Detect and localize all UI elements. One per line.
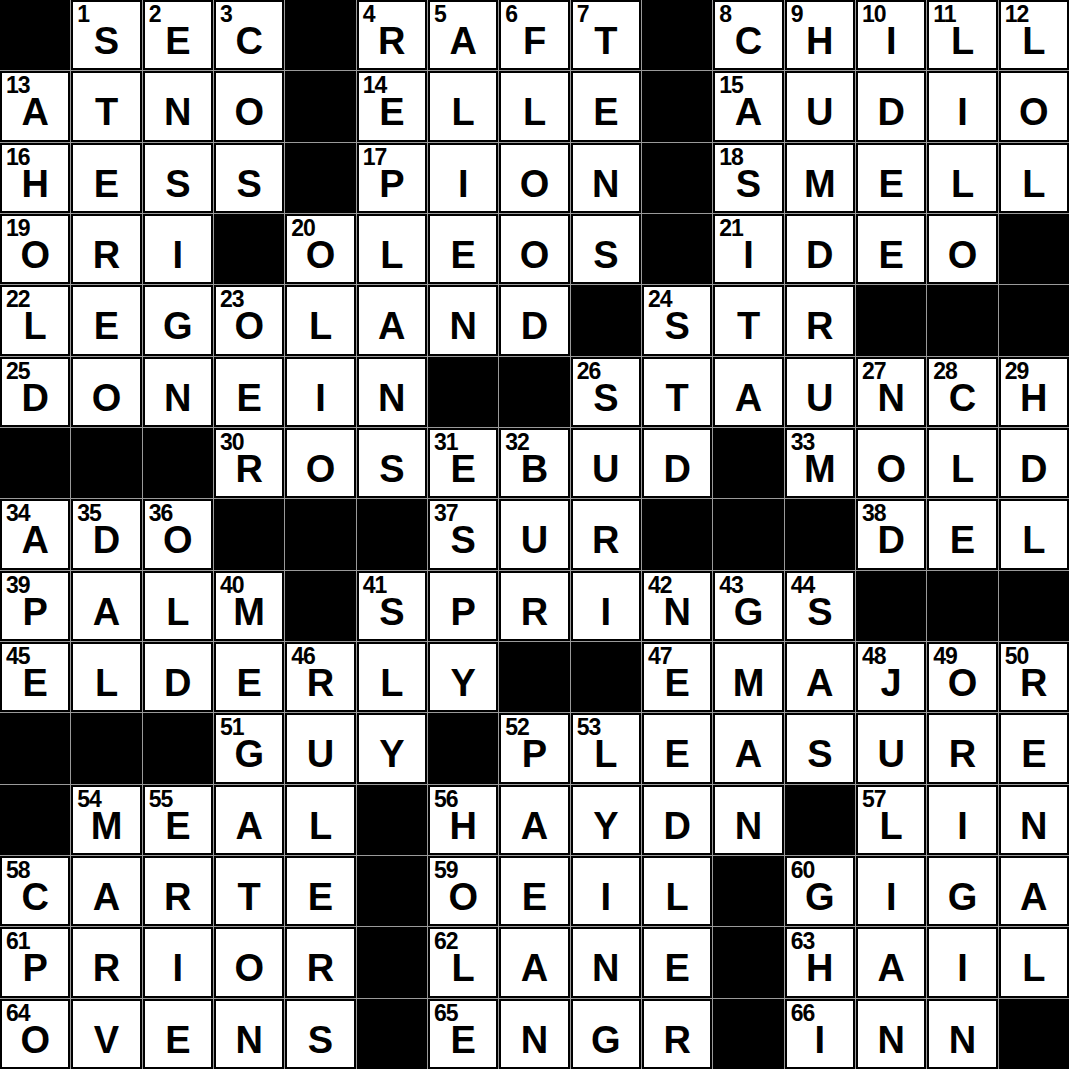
- cell-13-3[interactable]: O: [214, 927, 284, 997]
- cell-letter: I: [929, 804, 995, 847]
- cell-letter: D: [501, 305, 567, 348]
- cell-9-6[interactable]: Y: [428, 642, 498, 712]
- cell-letter: O: [929, 234, 995, 277]
- cell-12-8[interactable]: I: [571, 856, 641, 926]
- cell-letter: L: [573, 733, 639, 776]
- cell-6-8[interactable]: U: [571, 428, 641, 498]
- cell-6-12[interactable]: O: [856, 428, 926, 498]
- block-10-1: [71, 713, 141, 783]
- cell-letter: L: [287, 804, 353, 847]
- cell-14-11[interactable]: 66I: [785, 999, 855, 1069]
- cell-9-0[interactable]: 45E: [0, 642, 70, 712]
- cell-12-11[interactable]: 60G: [785, 856, 855, 926]
- cell-10-11[interactable]: S: [785, 713, 855, 783]
- cell-letter: D: [644, 804, 710, 847]
- cell-letter: P: [2, 947, 68, 990]
- block-10-2: [143, 713, 213, 783]
- cell-0-8[interactable]: 7T: [571, 0, 641, 70]
- cell-8-11[interactable]: 44S: [785, 571, 855, 641]
- cell-0-14[interactable]: 12L: [999, 0, 1069, 70]
- cell-4-7[interactable]: D: [499, 285, 569, 355]
- cell-6-13[interactable]: L: [927, 428, 997, 498]
- cell-10-4[interactable]: U: [285, 713, 355, 783]
- cell-8-10[interactable]: 43G: [713, 571, 783, 641]
- cell-letter: G: [573, 1018, 639, 1061]
- cell-1-1[interactable]: T: [71, 71, 141, 141]
- cell-letter: U: [787, 91, 853, 134]
- cell-6-14[interactable]: D: [999, 428, 1069, 498]
- cell-13-2[interactable]: I: [143, 927, 213, 997]
- cell-14-4[interactable]: S: [285, 999, 355, 1069]
- cell-letter: E: [929, 519, 995, 562]
- cell-letter: R: [216, 448, 282, 491]
- cell-11-8[interactable]: Y: [571, 785, 641, 855]
- block-7-5: [357, 499, 427, 569]
- cell-letter: D: [644, 448, 710, 491]
- cell-5-1[interactable]: O: [71, 357, 141, 427]
- cell-5-12[interactable]: 27N: [856, 357, 926, 427]
- cell-letter: H: [2, 162, 68, 205]
- cell-letter: U: [573, 448, 639, 491]
- cell-14-3[interactable]: N: [214, 999, 284, 1069]
- cell-letter: N: [1001, 804, 1067, 847]
- cell-letter: Y: [430, 662, 496, 705]
- cell-7-12[interactable]: 38D: [856, 499, 926, 569]
- cell-9-1[interactable]: L: [71, 642, 141, 712]
- block-7-11: [785, 499, 855, 569]
- cell-5-0[interactable]: 25D: [0, 357, 70, 427]
- cell-letter: N: [573, 162, 639, 205]
- cell-letter: E: [145, 20, 211, 63]
- cell-letter: L: [929, 162, 995, 205]
- cell-letter: O: [216, 947, 282, 990]
- cell-2-3[interactable]: S: [214, 143, 284, 213]
- cell-letter: T: [216, 876, 282, 919]
- cell-1-6[interactable]: L: [428, 71, 498, 141]
- cell-12-9[interactable]: L: [642, 856, 712, 926]
- cell-5-5[interactable]: N: [357, 357, 427, 427]
- block-4-13: [927, 285, 997, 355]
- cell-letter: O: [501, 162, 567, 205]
- cell-1-12[interactable]: D: [856, 71, 926, 141]
- cell-3-11[interactable]: D: [785, 214, 855, 284]
- cell-11-13[interactable]: I: [927, 785, 997, 855]
- cell-0-5[interactable]: 4R: [357, 0, 427, 70]
- block-13-10: [713, 927, 783, 997]
- cell-letter: S: [644, 305, 710, 348]
- cell-2-6[interactable]: I: [428, 143, 498, 213]
- cell-1-3[interactable]: O: [214, 71, 284, 141]
- cell-letter: C: [929, 376, 995, 419]
- cell-3-13[interactable]: O: [927, 214, 997, 284]
- cell-3-4[interactable]: 20O: [285, 214, 355, 284]
- cell-letter: M: [73, 804, 139, 847]
- cell-2-0[interactable]: 16H: [0, 143, 70, 213]
- cell-2-13[interactable]: L: [927, 143, 997, 213]
- cell-2-12[interactable]: E: [856, 143, 926, 213]
- block-7-9: [642, 499, 712, 569]
- cell-letter: T: [715, 305, 781, 348]
- cell-12-2[interactable]: R: [143, 856, 213, 926]
- cell-9-5[interactable]: L: [357, 642, 427, 712]
- cell-letter: I: [287, 376, 353, 419]
- cell-14-6[interactable]: 65E: [428, 999, 498, 1069]
- cell-letter: E: [430, 448, 496, 491]
- cell-letter: E: [858, 234, 924, 277]
- cell-9-3[interactable]: E: [214, 642, 284, 712]
- cell-14-0[interactable]: 64O: [0, 999, 70, 1069]
- cell-letter: D: [858, 91, 924, 134]
- cell-4-5[interactable]: A: [357, 285, 427, 355]
- cell-14-1[interactable]: V: [71, 999, 141, 1069]
- cell-letter: O: [858, 448, 924, 491]
- cell-5-11[interactable]: U: [785, 357, 855, 427]
- cell-12-4[interactable]: E: [285, 856, 355, 926]
- cell-letter: E: [2, 662, 68, 705]
- block-11-0: [0, 785, 70, 855]
- cell-1-8[interactable]: E: [571, 71, 641, 141]
- cell-letter: S: [787, 590, 853, 633]
- cell-letter: A: [858, 947, 924, 990]
- cell-13-1[interactable]: R: [71, 927, 141, 997]
- cell-6-11[interactable]: 33M: [785, 428, 855, 498]
- cell-3-2[interactable]: I: [143, 214, 213, 284]
- cell-6-9[interactable]: D: [642, 428, 712, 498]
- block-14-14: [999, 999, 1069, 1069]
- cell-0-7[interactable]: 6F: [499, 0, 569, 70]
- cell-12-0[interactable]: 58C: [0, 856, 70, 926]
- cell-0-2[interactable]: 2E: [143, 0, 213, 70]
- cell-letter: E: [73, 305, 139, 348]
- cell-10-8[interactable]: 53L: [571, 713, 641, 783]
- cell-12-7[interactable]: E: [499, 856, 569, 926]
- cell-12-12[interactable]: I: [856, 856, 926, 926]
- cell-5-3[interactable]: E: [214, 357, 284, 427]
- cell-13-6[interactable]: 62L: [428, 927, 498, 997]
- cell-letter: S: [216, 162, 282, 205]
- cell-1-10[interactable]: 15A: [713, 71, 783, 141]
- cell-14-8[interactable]: G: [571, 999, 641, 1069]
- block-6-0: [0, 428, 70, 498]
- cell-letter: E: [644, 733, 710, 776]
- cell-13-14[interactable]: L: [999, 927, 1069, 997]
- cell-11-3[interactable]: A: [214, 785, 284, 855]
- cell-8-0[interactable]: 39P: [0, 571, 70, 641]
- cell-letter: A: [715, 91, 781, 134]
- cell-6-6[interactable]: 31E: [428, 428, 498, 498]
- cell-1-5[interactable]: 14E: [357, 71, 427, 141]
- cell-5-8[interactable]: 26S: [571, 357, 641, 427]
- cell-4-11[interactable]: R: [785, 285, 855, 355]
- block-8-4: [285, 571, 355, 641]
- cell-letter: L: [501, 91, 567, 134]
- cell-10-5[interactable]: Y: [357, 713, 427, 783]
- cell-7-2[interactable]: 36O: [143, 499, 213, 569]
- cell-letter: N: [359, 376, 425, 419]
- cell-9-9[interactable]: 47E: [642, 642, 712, 712]
- cell-letter: R: [145, 876, 211, 919]
- cell-13-12[interactable]: A: [856, 927, 926, 997]
- cell-letter: E: [430, 1018, 496, 1061]
- cell-1-2[interactable]: N: [143, 71, 213, 141]
- cell-13-11[interactable]: 63H: [785, 927, 855, 997]
- cell-9-13[interactable]: 49O: [927, 642, 997, 712]
- cell-letter: T: [573, 20, 639, 63]
- cell-4-6[interactable]: N: [428, 285, 498, 355]
- cell-3-0[interactable]: 19O: [0, 214, 70, 284]
- cell-12-13[interactable]: G: [927, 856, 997, 926]
- block-11-11: [785, 785, 855, 855]
- cell-3-5[interactable]: L: [357, 214, 427, 284]
- cell-13-4[interactable]: R: [285, 927, 355, 997]
- cell-letter: N: [858, 1018, 924, 1061]
- cell-13-13[interactable]: I: [927, 927, 997, 997]
- cell-14-12[interactable]: N: [856, 999, 926, 1069]
- cell-10-12[interactable]: U: [856, 713, 926, 783]
- cell-letter: G: [145, 305, 211, 348]
- cell-0-10[interactable]: 8C: [713, 0, 783, 70]
- cell-2-8[interactable]: N: [571, 143, 641, 213]
- cell-letter: M: [787, 448, 853, 491]
- cell-9-14[interactable]: 50R: [999, 642, 1069, 712]
- block-6-1: [71, 428, 141, 498]
- cell-5-13[interactable]: 28C: [927, 357, 997, 427]
- cell-14-7[interactable]: N: [499, 999, 569, 1069]
- block-7-3: [214, 499, 284, 569]
- cell-letter: I: [929, 947, 995, 990]
- cell-11-7[interactable]: A: [499, 785, 569, 855]
- cell-letter: I: [858, 20, 924, 63]
- cell-4-4[interactable]: L: [285, 285, 355, 355]
- cell-2-1[interactable]: E: [71, 143, 141, 213]
- cell-4-3[interactable]: 23O: [214, 285, 284, 355]
- cell-letter: S: [73, 20, 139, 63]
- cell-12-3[interactable]: T: [214, 856, 284, 926]
- cell-letter: I: [929, 91, 995, 134]
- cell-letter: G: [715, 590, 781, 633]
- cell-0-3[interactable]: 3C: [214, 0, 284, 70]
- cell-0-6[interactable]: 5A: [428, 0, 498, 70]
- block-7-4: [285, 499, 355, 569]
- cell-8-7[interactable]: R: [499, 571, 569, 641]
- cell-10-3[interactable]: 51G: [214, 713, 284, 783]
- cell-7-6[interactable]: 37S: [428, 499, 498, 569]
- block-8-13: [927, 571, 997, 641]
- cell-1-14[interactable]: O: [999, 71, 1069, 141]
- cell-letter: D: [858, 519, 924, 562]
- cell-7-13[interactable]: E: [927, 499, 997, 569]
- cell-letter: T: [73, 91, 139, 134]
- cell-3-6[interactable]: E: [428, 214, 498, 284]
- cell-7-8[interactable]: R: [571, 499, 641, 569]
- cell-11-2[interactable]: 55E: [143, 785, 213, 855]
- cell-9-4[interactable]: 46R: [285, 642, 355, 712]
- block-4-14: [999, 285, 1069, 355]
- cell-letter: O: [73, 376, 139, 419]
- cell-8-9[interactable]: 42N: [642, 571, 712, 641]
- cell-4-10[interactable]: T: [713, 285, 783, 355]
- cell-14-13[interactable]: N: [927, 999, 997, 1069]
- block-8-12: [856, 571, 926, 641]
- cell-5-4[interactable]: I: [285, 357, 355, 427]
- cell-9-12[interactable]: 48J: [856, 642, 926, 712]
- cell-7-14[interactable]: L: [999, 499, 1069, 569]
- cell-letter: F: [501, 20, 567, 63]
- cell-2-7[interactable]: O: [499, 143, 569, 213]
- cell-1-13[interactable]: I: [927, 71, 997, 141]
- cell-letter: N: [216, 1018, 282, 1061]
- cell-letter: Y: [573, 804, 639, 847]
- cell-4-9[interactable]: 24S: [642, 285, 712, 355]
- cell-10-9[interactable]: E: [642, 713, 712, 783]
- cell-8-8[interactable]: I: [571, 571, 641, 641]
- cell-letter: R: [73, 947, 139, 990]
- cell-letter: L: [644, 876, 710, 919]
- cell-3-10[interactable]: 21I: [713, 214, 783, 284]
- cell-1-11[interactable]: U: [785, 71, 855, 141]
- cell-6-3[interactable]: 30R: [214, 428, 284, 498]
- block-2-9: [642, 143, 712, 213]
- block-0-4: [285, 0, 355, 70]
- cell-letter: O: [501, 234, 567, 277]
- cell-letter: L: [430, 91, 496, 134]
- cell-8-6[interactable]: P: [428, 571, 498, 641]
- cell-letter: L: [858, 804, 924, 847]
- cell-9-11[interactable]: A: [785, 642, 855, 712]
- cell-letter: L: [287, 305, 353, 348]
- cell-10-14[interactable]: E: [999, 713, 1069, 783]
- cell-letter: C: [216, 20, 282, 63]
- cell-7-0[interactable]: 34A: [0, 499, 70, 569]
- block-8-14: [999, 571, 1069, 641]
- cell-2-2[interactable]: S: [143, 143, 213, 213]
- cell-letter: G: [216, 733, 282, 776]
- cell-5-14[interactable]: 29H: [999, 357, 1069, 427]
- cell-letter: S: [287, 1018, 353, 1061]
- cell-3-7[interactable]: O: [499, 214, 569, 284]
- cell-letter: T: [644, 376, 710, 419]
- cell-10-10[interactable]: A: [713, 713, 783, 783]
- cell-6-4[interactable]: O: [285, 428, 355, 498]
- cell-letter: C: [2, 876, 68, 919]
- cell-5-10[interactable]: A: [713, 357, 783, 427]
- cell-letter: S: [145, 162, 211, 205]
- cell-5-9[interactable]: T: [642, 357, 712, 427]
- cell-letter: E: [858, 162, 924, 205]
- cell-4-2[interactable]: G: [143, 285, 213, 355]
- cell-0-12[interactable]: 10I: [856, 0, 926, 70]
- block-5-7: [499, 357, 569, 427]
- cell-1-7[interactable]: L: [499, 71, 569, 141]
- cell-letter: U: [287, 733, 353, 776]
- cell-10-13[interactable]: R: [927, 713, 997, 783]
- cell-13-8[interactable]: N: [571, 927, 641, 997]
- cell-11-12[interactable]: 57L: [856, 785, 926, 855]
- cell-12-6[interactable]: 59O: [428, 856, 498, 926]
- cell-2-5[interactable]: 17P: [357, 143, 427, 213]
- cell-letter: E: [216, 376, 282, 419]
- cell-4-0[interactable]: 22L: [0, 285, 70, 355]
- cell-0-13[interactable]: 11L: [927, 0, 997, 70]
- cell-letter: S: [359, 448, 425, 491]
- block-10-6: [428, 713, 498, 783]
- cell-letter: B: [501, 448, 567, 491]
- cell-letter: A: [715, 376, 781, 419]
- cell-5-2[interactable]: N: [143, 357, 213, 427]
- cell-letter: S: [715, 162, 781, 205]
- cell-letter: L: [1001, 20, 1067, 63]
- cell-0-1[interactable]: 1S: [71, 0, 141, 70]
- cell-2-10[interactable]: 18S: [713, 143, 783, 213]
- cell-letter: N: [145, 376, 211, 419]
- cell-letter: L: [1001, 519, 1067, 562]
- cell-3-1[interactable]: R: [71, 214, 141, 284]
- cell-6-7[interactable]: 32B: [499, 428, 569, 498]
- cell-letter: L: [73, 662, 139, 705]
- cell-letter: R: [359, 20, 425, 63]
- cell-letter: M: [787, 162, 853, 205]
- cell-letter: D: [73, 519, 139, 562]
- cell-letter: R: [1001, 662, 1067, 705]
- cell-11-1[interactable]: 54M: [71, 785, 141, 855]
- cell-10-7[interactable]: 52P: [499, 713, 569, 783]
- cell-letter: O: [1001, 91, 1067, 134]
- cell-7-1[interactable]: 35D: [71, 499, 141, 569]
- cell-letter: G: [787, 876, 853, 919]
- cell-letter: A: [715, 733, 781, 776]
- block-14-10: [713, 999, 783, 1069]
- cell-9-2[interactable]: D: [143, 642, 213, 712]
- cell-9-10[interactable]: M: [713, 642, 783, 712]
- cell-4-1[interactable]: E: [71, 285, 141, 355]
- cell-letter: R: [929, 733, 995, 776]
- cell-8-2[interactable]: L: [143, 571, 213, 641]
- cell-11-10[interactable]: N: [713, 785, 783, 855]
- cell-11-14[interactable]: N: [999, 785, 1069, 855]
- cell-letter: R: [573, 519, 639, 562]
- cell-13-7[interactable]: A: [499, 927, 569, 997]
- cell-letter: I: [145, 234, 211, 277]
- cell-letter: D: [1001, 448, 1067, 491]
- cell-letter: R: [287, 662, 353, 705]
- cell-2-14[interactable]: L: [999, 143, 1069, 213]
- cell-letter: O: [430, 876, 496, 919]
- cell-letter: O: [2, 1018, 68, 1061]
- cell-12-14[interactable]: A: [999, 856, 1069, 926]
- cell-2-11[interactable]: M: [785, 143, 855, 213]
- cell-13-0[interactable]: 61P: [0, 927, 70, 997]
- cell-3-12[interactable]: E: [856, 214, 926, 284]
- cell-14-9[interactable]: R: [642, 999, 712, 1069]
- cell-14-2[interactable]: E: [143, 999, 213, 1069]
- cell-11-4[interactable]: L: [285, 785, 355, 855]
- cell-13-9[interactable]: E: [642, 927, 712, 997]
- cell-0-11[interactable]: 9H: [785, 0, 855, 70]
- cell-8-3[interactable]: 40M: [214, 571, 284, 641]
- cell-letter: P: [2, 590, 68, 633]
- cell-3-8[interactable]: S: [571, 214, 641, 284]
- cell-11-6[interactable]: 56H: [428, 785, 498, 855]
- cell-1-0[interactable]: 13A: [0, 71, 70, 141]
- cell-7-7[interactable]: U: [499, 499, 569, 569]
- cell-8-1[interactable]: A: [71, 571, 141, 641]
- cell-11-9[interactable]: D: [642, 785, 712, 855]
- cell-8-5[interactable]: 41S: [357, 571, 427, 641]
- cell-letter: H: [430, 804, 496, 847]
- cell-12-1[interactable]: A: [71, 856, 141, 926]
- block-14-5: [357, 999, 427, 1069]
- cell-6-5[interactable]: S: [357, 428, 427, 498]
